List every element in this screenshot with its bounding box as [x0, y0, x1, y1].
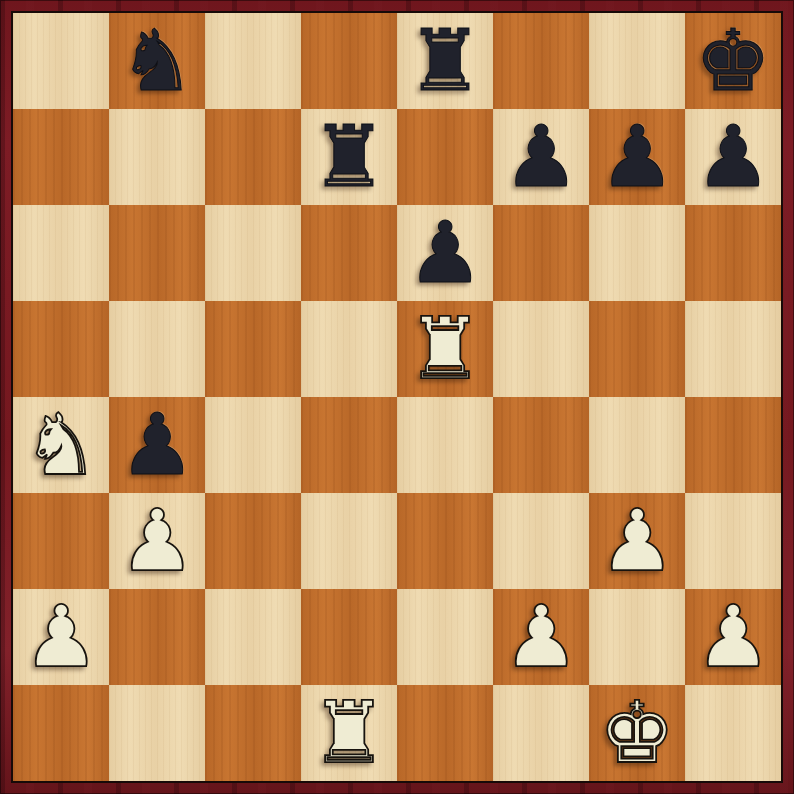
square-d6[interactable]: [301, 205, 397, 301]
piece-black-rook[interactable]: ♜: [407, 13, 483, 109]
square-h2[interactable]: ♟: [685, 589, 781, 685]
square-g7[interactable]: ♟: [589, 109, 685, 205]
square-f8[interactable]: [493, 13, 589, 109]
square-d8[interactable]: [301, 13, 397, 109]
piece-black-pawn[interactable]: ♟: [503, 109, 579, 205]
piece-white-pawn[interactable]: ♟: [695, 589, 771, 685]
piece-white-rook[interactable]: ♜: [407, 301, 483, 397]
piece-black-pawn[interactable]: ♟: [407, 205, 483, 301]
square-c8[interactable]: [205, 13, 301, 109]
square-e6[interactable]: ♟: [397, 205, 493, 301]
square-e7[interactable]: [397, 109, 493, 205]
square-e5[interactable]: ♜: [397, 301, 493, 397]
piece-black-pawn[interactable]: ♟: [695, 109, 771, 205]
square-c4[interactable]: [205, 397, 301, 493]
square-b5[interactable]: [109, 301, 205, 397]
square-b4[interactable]: ♟: [109, 397, 205, 493]
square-f7[interactable]: ♟: [493, 109, 589, 205]
square-c6[interactable]: [205, 205, 301, 301]
piece-black-rook[interactable]: ♜: [311, 109, 387, 205]
square-f2[interactable]: ♟: [493, 589, 589, 685]
piece-white-knight[interactable]: ♞: [23, 397, 99, 493]
square-e3[interactable]: [397, 493, 493, 589]
square-f4[interactable]: [493, 397, 589, 493]
square-f5[interactable]: [493, 301, 589, 397]
square-a5[interactable]: [13, 301, 109, 397]
square-g8[interactable]: [589, 13, 685, 109]
square-h4[interactable]: [685, 397, 781, 493]
board-frame: ♞♜♚♜♟♟♟♟♜♞♟♟♟♟♟♟♜♚: [0, 0, 794, 794]
square-h5[interactable]: [685, 301, 781, 397]
piece-white-pawn[interactable]: ♟: [503, 589, 579, 685]
square-a1[interactable]: [13, 685, 109, 781]
square-c3[interactable]: [205, 493, 301, 589]
square-g2[interactable]: [589, 589, 685, 685]
square-b7[interactable]: [109, 109, 205, 205]
square-c2[interactable]: [205, 589, 301, 685]
piece-black-king[interactable]: ♚: [695, 13, 771, 109]
square-b1[interactable]: [109, 685, 205, 781]
square-e1[interactable]: [397, 685, 493, 781]
square-c7[interactable]: [205, 109, 301, 205]
square-h3[interactable]: [685, 493, 781, 589]
square-d3[interactable]: [301, 493, 397, 589]
square-f1[interactable]: [493, 685, 589, 781]
square-g3[interactable]: ♟: [589, 493, 685, 589]
square-c5[interactable]: [205, 301, 301, 397]
square-d4[interactable]: [301, 397, 397, 493]
piece-white-pawn[interactable]: ♟: [599, 493, 675, 589]
piece-black-pawn[interactable]: ♟: [599, 109, 675, 205]
square-g1[interactable]: ♚: [589, 685, 685, 781]
piece-white-pawn[interactable]: ♟: [23, 589, 99, 685]
square-g5[interactable]: [589, 301, 685, 397]
square-b8[interactable]: ♞: [109, 13, 205, 109]
square-h7[interactable]: ♟: [685, 109, 781, 205]
square-b2[interactable]: [109, 589, 205, 685]
square-g6[interactable]: [589, 205, 685, 301]
piece-black-pawn[interactable]: ♟: [119, 397, 195, 493]
square-a6[interactable]: [13, 205, 109, 301]
square-g4[interactable]: [589, 397, 685, 493]
piece-white-king[interactable]: ♚: [599, 685, 675, 781]
square-d7[interactable]: ♜: [301, 109, 397, 205]
square-a8[interactable]: [13, 13, 109, 109]
square-h1[interactable]: [685, 685, 781, 781]
square-f6[interactable]: [493, 205, 589, 301]
square-a3[interactable]: [13, 493, 109, 589]
piece-white-pawn[interactable]: ♟: [119, 493, 195, 589]
square-b6[interactable]: [109, 205, 205, 301]
chess-board: ♞♜♚♜♟♟♟♟♜♞♟♟♟♟♟♟♜♚: [11, 11, 783, 783]
square-d5[interactable]: [301, 301, 397, 397]
square-a4[interactable]: ♞: [13, 397, 109, 493]
square-h8[interactable]: ♚: [685, 13, 781, 109]
square-e8[interactable]: ♜: [397, 13, 493, 109]
square-h6[interactable]: [685, 205, 781, 301]
square-d1[interactable]: ♜: [301, 685, 397, 781]
square-e4[interactable]: [397, 397, 493, 493]
square-f3[interactable]: [493, 493, 589, 589]
square-d2[interactable]: [301, 589, 397, 685]
square-c1[interactable]: [205, 685, 301, 781]
piece-black-knight[interactable]: ♞: [119, 13, 195, 109]
square-a2[interactable]: ♟: [13, 589, 109, 685]
square-b3[interactable]: ♟: [109, 493, 205, 589]
square-e2[interactable]: [397, 589, 493, 685]
square-a7[interactable]: [13, 109, 109, 205]
piece-white-rook[interactable]: ♜: [311, 685, 387, 781]
